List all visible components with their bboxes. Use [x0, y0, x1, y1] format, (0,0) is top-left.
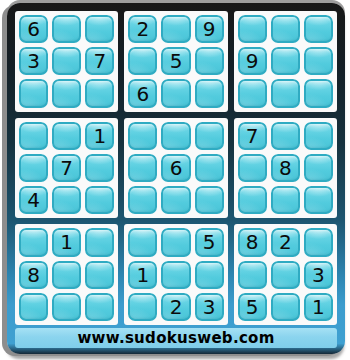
sudoku-cell[interactable] — [304, 79, 333, 107]
sudoku-cell[interactable]: 7 — [85, 47, 114, 75]
sudoku-cell[interactable] — [161, 261, 190, 289]
sudoku-cell[interactable]: 8 — [271, 154, 300, 182]
sudoku-cell[interactable]: 3 — [19, 47, 48, 75]
sudoku-cell[interactable] — [195, 154, 224, 182]
sudoku-cell[interactable] — [195, 122, 224, 150]
sudoku-cell[interactable] — [52, 47, 81, 75]
sudoku-cell[interactable] — [271, 15, 300, 43]
board-frame: 6372956917467818512382351 www.sudokusweb… — [7, 3, 345, 354]
sudoku-cell[interactable] — [238, 186, 267, 214]
sudoku-cell[interactable]: 1 — [128, 261, 157, 289]
sudoku-box: 18 — [15, 224, 118, 325]
sudoku-cell[interactable] — [85, 228, 114, 256]
sudoku-cell[interactable]: 2 — [161, 293, 190, 321]
sudoku-cell[interactable]: 9 — [238, 47, 267, 75]
sudoku-cell[interactable]: 3 — [195, 293, 224, 321]
sudoku-cell[interactable] — [19, 293, 48, 321]
sudoku-cell[interactable]: 5 — [238, 293, 267, 321]
sudoku-cell[interactable] — [304, 154, 333, 182]
sudoku-cell[interactable] — [195, 47, 224, 75]
sudoku-cell[interactable] — [128, 293, 157, 321]
sudoku-cell[interactable]: 6 — [19, 15, 48, 43]
sudoku-box: 78 — [234, 118, 337, 219]
sudoku-cell[interactable] — [238, 154, 267, 182]
sudoku-cell[interactable]: 1 — [52, 228, 81, 256]
sudoku-cell[interactable]: 7 — [52, 154, 81, 182]
sudoku-cell[interactable] — [271, 47, 300, 75]
sudoku-cell[interactable] — [271, 186, 300, 214]
sudoku-cell[interactable]: 2 — [271, 228, 300, 256]
sudoku-cell[interactable] — [195, 79, 224, 107]
sudoku-cell[interactable]: 3 — [304, 261, 333, 289]
sudoku-cell[interactable] — [128, 154, 157, 182]
sudoku-cell[interactable] — [161, 79, 190, 107]
sudoku-cell[interactable] — [52, 261, 81, 289]
sudoku-cell[interactable] — [304, 15, 333, 43]
sudoku-box: 174 — [15, 118, 118, 219]
sudoku-cell[interactable] — [19, 122, 48, 150]
sudoku-cell[interactable] — [161, 186, 190, 214]
sudoku-cell[interactable] — [85, 261, 114, 289]
sudoku-box: 5123 — [124, 224, 227, 325]
sudoku-board: 6372956917467818512382351 — [15, 11, 337, 325]
sudoku-cell[interactable] — [238, 261, 267, 289]
sudoku-cell[interactable]: 8 — [238, 228, 267, 256]
sudoku-cell[interactable]: 6 — [128, 79, 157, 107]
sudoku-cell[interactable] — [85, 15, 114, 43]
sudoku-cell[interactable] — [128, 122, 157, 150]
sudoku-cell[interactable] — [128, 228, 157, 256]
sudoku-cell[interactable] — [195, 261, 224, 289]
page-root: 6372956917467818512382351 www.sudokusweb… — [0, 0, 350, 360]
sudoku-cell[interactable] — [128, 186, 157, 214]
sudoku-cell[interactable] — [161, 228, 190, 256]
sudoku-cell[interactable] — [52, 186, 81, 214]
sudoku-cell[interactable] — [271, 79, 300, 107]
sudoku-cell[interactable] — [161, 122, 190, 150]
sudoku-cell[interactable]: 5 — [195, 228, 224, 256]
sudoku-box: 2956 — [124, 11, 227, 112]
sudoku-cell[interactable] — [85, 293, 114, 321]
sudoku-cell[interactable] — [304, 122, 333, 150]
sudoku-cell[interactable] — [85, 79, 114, 107]
sudoku-box: 9 — [234, 11, 337, 112]
sudoku-cell[interactable]: 2 — [128, 15, 157, 43]
sudoku-cell[interactable] — [85, 154, 114, 182]
sudoku-cell[interactable] — [271, 122, 300, 150]
sudoku-cell[interactable] — [238, 79, 267, 107]
sudoku-cell[interactable]: 5 — [161, 47, 190, 75]
sudoku-box: 82351 — [234, 224, 337, 325]
sudoku-cell[interactable] — [271, 293, 300, 321]
sudoku-box: 637 — [15, 11, 118, 112]
sudoku-cell[interactable]: 8 — [19, 261, 48, 289]
sudoku-cell[interactable] — [52, 15, 81, 43]
sudoku-cell[interactable] — [304, 186, 333, 214]
sudoku-cell[interactable] — [271, 261, 300, 289]
sudoku-cell[interactable] — [195, 186, 224, 214]
sudoku-cell[interactable]: 1 — [304, 293, 333, 321]
sudoku-box: 6 — [124, 118, 227, 219]
sudoku-cell[interactable] — [19, 228, 48, 256]
sudoku-cell[interactable]: 1 — [85, 122, 114, 150]
sudoku-cell[interactable] — [19, 79, 48, 107]
sudoku-cell[interactable] — [52, 79, 81, 107]
sudoku-cell[interactable] — [52, 122, 81, 150]
site-url-text: www.sudokusweb.com — [77, 329, 274, 347]
sudoku-cell[interactable] — [85, 186, 114, 214]
sudoku-cell[interactable]: 6 — [161, 154, 190, 182]
sudoku-cell[interactable] — [161, 15, 190, 43]
sudoku-cell[interactable] — [52, 293, 81, 321]
footer-band: www.sudokusweb.com — [15, 328, 337, 348]
sudoku-cell[interactable] — [304, 228, 333, 256]
sudoku-cell[interactable]: 9 — [195, 15, 224, 43]
sudoku-cell[interactable]: 4 — [19, 186, 48, 214]
sudoku-cell[interactable] — [238, 15, 267, 43]
sudoku-cell[interactable] — [304, 47, 333, 75]
sudoku-cell[interactable]: 7 — [238, 122, 267, 150]
sudoku-cell[interactable] — [19, 154, 48, 182]
sudoku-cell[interactable] — [128, 47, 157, 75]
